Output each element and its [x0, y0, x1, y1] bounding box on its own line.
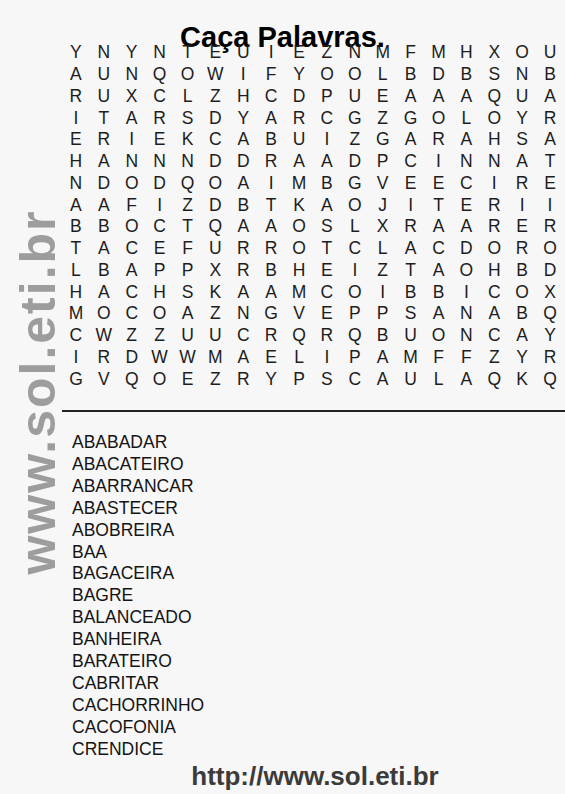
grid-cell[interactable]: Y: [508, 107, 536, 129]
grid-cell[interactable]: I: [229, 64, 257, 86]
grid-cell[interactable]: R: [257, 151, 285, 173]
grid-cell[interactable]: W: [174, 347, 202, 369]
grid-cell[interactable]: W: [90, 325, 118, 347]
puzzle-page: Caça Palavras. YNYNTEUIEZNMFMHXOUAUNQOWI…: [0, 0, 565, 794]
grid-cell[interactable]: M: [201, 347, 229, 369]
grid-cell[interactable]: E: [452, 194, 480, 216]
grid-cell[interactable]: Z: [146, 325, 174, 347]
grid-cell[interactable]: N: [62, 173, 90, 195]
grid-cell[interactable]: K: [174, 129, 202, 151]
grid-cell[interactable]: I: [480, 173, 508, 195]
grid-cell[interactable]: G: [397, 107, 425, 129]
grid-cell[interactable]: R: [480, 216, 508, 238]
word-list: ABABADARABACATEIROABARRANCARABASTECERABO…: [72, 432, 204, 761]
grid-cell[interactable]: A: [118, 107, 146, 129]
grid-cell[interactable]: D: [452, 238, 480, 260]
grid-cell[interactable]: H: [480, 260, 508, 282]
grid-cell[interactable]: Q: [285, 325, 313, 347]
watermark-vertical-text: www.sol.eti.br: [9, 209, 67, 574]
grid-cell[interactable]: O: [285, 216, 313, 238]
grid-cell[interactable]: I: [397, 194, 425, 216]
letter-grid: YNYNTEUIEZNMFMHXOUAUNQOWIFYOOLBDBSNBRUXC…: [62, 42, 564, 390]
grid-cell[interactable]: I: [146, 194, 174, 216]
grid-cell[interactable]: X: [201, 260, 229, 282]
grid-cell[interactable]: B: [229, 194, 257, 216]
grid-cell[interactable]: X: [118, 86, 146, 108]
grid-cell[interactable]: S: [313, 368, 341, 390]
grid-cell[interactable]: P: [146, 260, 174, 282]
word-list-item: BANHEIRA: [72, 629, 204, 651]
grid-cell[interactable]: Z: [480, 347, 508, 369]
word-list-item: ABABADAR: [72, 432, 204, 454]
grid-cell[interactable]: A: [425, 260, 453, 282]
grid-cell[interactable]: P: [341, 347, 369, 369]
grid-cell[interactable]: E: [536, 173, 564, 195]
grid-cell[interactable]: M: [425, 42, 453, 64]
grid-cell[interactable]: H: [229, 86, 257, 108]
grid-cell[interactable]: Y: [118, 42, 146, 64]
grid-cell[interactable]: E: [285, 42, 313, 64]
grid-cell[interactable]: A: [90, 151, 118, 173]
grid-cell[interactable]: Z: [341, 129, 369, 151]
grid-cell[interactable]: C: [146, 216, 174, 238]
grid-cell[interactable]: U: [90, 86, 118, 108]
grid-cell[interactable]: A: [452, 129, 480, 151]
grid-cell[interactable]: Q: [341, 325, 369, 347]
grid-cell[interactable]: X: [369, 216, 397, 238]
grid-cell[interactable]: R: [285, 107, 313, 129]
grid-cell[interactable]: V: [90, 368, 118, 390]
grid-cell[interactable]: Y: [62, 42, 90, 64]
grid-cell[interactable]: N: [229, 303, 257, 325]
grid-cell[interactable]: E: [201, 42, 229, 64]
grid-cell[interactable]: A: [90, 238, 118, 260]
grid-cell[interactable]: R: [536, 216, 564, 238]
grid-cell[interactable]: F: [452, 347, 480, 369]
grid-cell[interactable]: R: [229, 260, 257, 282]
grid-cell[interactable]: H: [480, 129, 508, 151]
grid-cell[interactable]: U: [536, 42, 564, 64]
grid-cell[interactable]: R: [257, 238, 285, 260]
grid-cell[interactable]: D: [90, 173, 118, 195]
grid-cell[interactable]: A: [257, 107, 285, 129]
grid-cell[interactable]: B: [536, 64, 564, 86]
grid-cell[interactable]: C: [425, 238, 453, 260]
grid-cell[interactable]: S: [313, 216, 341, 238]
grid-cell[interactable]: E: [257, 347, 285, 369]
grid-cell[interactable]: V: [369, 173, 397, 195]
grid-cell[interactable]: D: [201, 107, 229, 129]
grid-cell[interactable]: R: [229, 368, 257, 390]
grid-cell[interactable]: C: [201, 129, 229, 151]
grid-cell[interactable]: I: [369, 281, 397, 303]
grid-cell[interactable]: O: [285, 238, 313, 260]
grid-cell[interactable]: I: [508, 194, 536, 216]
grid-cell[interactable]: I: [313, 129, 341, 151]
grid-cell[interactable]: I: [536, 194, 564, 216]
grid-cell[interactable]: D: [341, 151, 369, 173]
grid-cell[interactable]: A: [257, 216, 285, 238]
grid-cell[interactable]: A: [536, 129, 564, 151]
grid-cell[interactable]: W: [201, 64, 229, 86]
grid-cell[interactable]: R: [480, 194, 508, 216]
grid-cell[interactable]: R: [257, 325, 285, 347]
grid-cell[interactable]: O: [90, 303, 118, 325]
grid-cell[interactable]: K: [285, 194, 313, 216]
grid-cell[interactable]: E: [425, 173, 453, 195]
grid-cell[interactable]: L: [285, 347, 313, 369]
grid-cell[interactable]: A: [62, 64, 90, 86]
word-list-item: CACHORRINHO: [72, 695, 204, 717]
grid-cell[interactable]: K: [201, 281, 229, 303]
grid-cell[interactable]: G: [369, 129, 397, 151]
grid-cell[interactable]: O: [118, 216, 146, 238]
grid-cell[interactable]: O: [341, 194, 369, 216]
grid-cell[interactable]: J: [369, 194, 397, 216]
grid-cell[interactable]: U: [201, 238, 229, 260]
grid-cell[interactable]: W: [146, 347, 174, 369]
grid-cell[interactable]: A: [229, 281, 257, 303]
grid-cell[interactable]: A: [425, 86, 453, 108]
word-list-item: ABARRANCAR: [72, 476, 204, 498]
grid-cell[interactable]: R: [62, 86, 90, 108]
grid-cell[interactable]: G: [257, 303, 285, 325]
grid-cell[interactable]: C: [313, 107, 341, 129]
grid-cell[interactable]: B: [369, 325, 397, 347]
grid-cell[interactable]: Y: [285, 64, 313, 86]
grid-cell[interactable]: C: [341, 238, 369, 260]
grid-cell[interactable]: C: [118, 238, 146, 260]
grid-cell[interactable]: O: [508, 42, 536, 64]
grid-cell[interactable]: E: [146, 129, 174, 151]
grid-cell[interactable]: B: [397, 64, 425, 86]
grid-cell[interactable]: A: [452, 216, 480, 238]
grid-cell[interactable]: T: [90, 107, 118, 129]
word-list-item: BALANCEADO: [72, 607, 204, 629]
grid-cell[interactable]: R: [90, 129, 118, 151]
grid-cell[interactable]: V: [285, 303, 313, 325]
grid-cell[interactable]: L: [341, 216, 369, 238]
grid-cell[interactable]: C: [118, 303, 146, 325]
grid-cell[interactable]: N: [174, 151, 202, 173]
word-list-item: ABASTECER: [72, 498, 204, 520]
grid-cell[interactable]: C: [480, 281, 508, 303]
grid-cell[interactable]: C: [397, 151, 425, 173]
grid-cell[interactable]: I: [257, 42, 285, 64]
grid-cell[interactable]: M: [369, 42, 397, 64]
word-list-item: BAGACEIRA: [72, 563, 204, 585]
grid-cell[interactable]: P: [313, 86, 341, 108]
grid-cell[interactable]: I: [425, 151, 453, 173]
grid-cell[interactable]: H: [146, 281, 174, 303]
grid-cell[interactable]: T: [313, 238, 341, 260]
grid-cell[interactable]: B: [397, 281, 425, 303]
word-list-item: BAA: [72, 542, 204, 564]
grid-cell[interactable]: S: [508, 129, 536, 151]
grid-cell[interactable]: A: [508, 151, 536, 173]
grid-cell[interactable]: A: [174, 303, 202, 325]
grid-cell[interactable]: S: [174, 281, 202, 303]
grid-cell[interactable]: O: [480, 107, 508, 129]
word-list-item: CACOFONIA: [72, 717, 204, 739]
grid-cell[interactable]: X: [536, 281, 564, 303]
grid-cell[interactable]: R: [425, 129, 453, 151]
grid-cell[interactable]: D: [229, 151, 257, 173]
grid-cell[interactable]: B: [90, 260, 118, 282]
grid-cell[interactable]: A: [118, 260, 146, 282]
grid-cell[interactable]: N: [480, 151, 508, 173]
grid-cell[interactable]: L: [369, 64, 397, 86]
grid-cell[interactable]: T: [397, 260, 425, 282]
grid-cell[interactable]: P: [174, 260, 202, 282]
grid-cell[interactable]: E: [369, 86, 397, 108]
grid-cell[interactable]: S: [174, 107, 202, 129]
grid-cell[interactable]: A: [229, 173, 257, 195]
grid-cell[interactable]: C: [452, 173, 480, 195]
grid-cell[interactable]: A: [369, 347, 397, 369]
grid-cell[interactable]: D: [425, 64, 453, 86]
word-list-item: BARATEIRO: [72, 651, 204, 673]
grid-cell[interactable]: A: [452, 368, 480, 390]
grid-cell[interactable]: S: [480, 64, 508, 86]
grid-cell[interactable]: R: [536, 107, 564, 129]
grid-cell[interactable]: K: [508, 368, 536, 390]
grid-cell[interactable]: Q: [480, 86, 508, 108]
grid-cell[interactable]: G: [341, 173, 369, 195]
grid-cell[interactable]: A: [313, 194, 341, 216]
grid-cell[interactable]: F: [174, 238, 202, 260]
grid-cell[interactable]: R: [508, 173, 536, 195]
grid-cell[interactable]: A: [90, 194, 118, 216]
grid-cell[interactable]: B: [90, 216, 118, 238]
footer-url: http://www.sol.eti.br: [65, 762, 565, 790]
grid-cell[interactable]: Z: [118, 325, 146, 347]
grid-cell[interactable]: A: [480, 303, 508, 325]
grid-cell[interactable]: N: [341, 42, 369, 64]
grid-cell[interactable]: F: [425, 347, 453, 369]
grid-cell[interactable]: I: [452, 281, 480, 303]
grid-cell[interactable]: O: [452, 260, 480, 282]
grid-cell[interactable]: R: [90, 347, 118, 369]
grid-cell[interactable]: O: [313, 64, 341, 86]
grid-cell[interactable]: Q: [536, 368, 564, 390]
grid-cell[interactable]: T: [174, 216, 202, 238]
grid-cell[interactable]: C: [341, 368, 369, 390]
grid-cell[interactable]: A: [229, 216, 257, 238]
grid-cell[interactable]: T: [174, 42, 202, 64]
word-list-item: ABACATEIRO: [72, 454, 204, 476]
grid-cell[interactable]: H: [285, 260, 313, 282]
grid-cell[interactable]: A: [397, 238, 425, 260]
grid-cell[interactable]: N: [90, 42, 118, 64]
grid-cell[interactable]: N: [452, 151, 480, 173]
grid-cell[interactable]: O: [425, 325, 453, 347]
grid-cell[interactable]: U: [285, 129, 313, 151]
grid-cell[interactable]: O: [341, 281, 369, 303]
grid-cell[interactable]: A: [425, 216, 453, 238]
word-list-item: ABOBREIRA: [72, 520, 204, 542]
grid-cell[interactable]: O: [341, 64, 369, 86]
grid-cell[interactable]: L: [425, 368, 453, 390]
grid-cell[interactable]: U: [229, 42, 257, 64]
grid-cell[interactable]: T: [536, 151, 564, 173]
grid-cell[interactable]: E: [313, 303, 341, 325]
grid-cell[interactable]: P: [341, 303, 369, 325]
grid-cell[interactable]: C: [146, 86, 174, 108]
grid-cell[interactable]: R: [146, 107, 174, 129]
grid-cell[interactable]: C: [118, 281, 146, 303]
grid-cell[interactable]: R: [397, 216, 425, 238]
grid-cell[interactable]: D: [146, 173, 174, 195]
grid-cell[interactable]: P: [369, 303, 397, 325]
grid-cell[interactable]: N: [146, 42, 174, 64]
grid-cell[interactable]: C: [229, 325, 257, 347]
grid-cell[interactable]: E: [313, 260, 341, 282]
grid-cell[interactable]: Z: [201, 86, 229, 108]
grid-cell[interactable]: Z: [313, 42, 341, 64]
grid-cell[interactable]: D: [285, 86, 313, 108]
grid-cell[interactable]: O: [480, 238, 508, 260]
grid-cell[interactable]: B: [508, 260, 536, 282]
word-list-item: BAGRE: [72, 585, 204, 607]
grid-cell[interactable]: A: [397, 129, 425, 151]
grid-cell[interactable]: O: [425, 107, 453, 129]
grid-cell[interactable]: P: [369, 151, 397, 173]
grid-cell[interactable]: D: [536, 260, 564, 282]
grid-cell[interactable]: T: [425, 194, 453, 216]
grid-cell[interactable]: Z: [201, 303, 229, 325]
grid-cell[interactable]: A: [313, 151, 341, 173]
grid-cell[interactable]: P: [285, 368, 313, 390]
grid-cell[interactable]: G: [341, 107, 369, 129]
grid-cell[interactable]: A: [452, 86, 480, 108]
grid-cell[interactable]: R: [536, 347, 564, 369]
grid-cell[interactable]: A: [397, 86, 425, 108]
grid-cell[interactable]: E: [397, 173, 425, 195]
grid-cell[interactable]: A: [369, 368, 397, 390]
grid-cell[interactable]: I: [62, 107, 90, 129]
grid-cell[interactable]: R: [508, 238, 536, 260]
grid-cell[interactable]: Z: [201, 368, 229, 390]
grid-cell[interactable]: H: [452, 42, 480, 64]
grid-cell[interactable]: M: [397, 347, 425, 369]
grid-cell[interactable]: N: [452, 303, 480, 325]
grid-cell[interactable]: Z: [369, 107, 397, 129]
grid-cell[interactable]: E: [62, 129, 90, 151]
grid-cell[interactable]: D: [201, 151, 229, 173]
grid-cell[interactable]: F: [397, 42, 425, 64]
grid-cell[interactable]: F: [118, 194, 146, 216]
grid-cell[interactable]: A: [257, 281, 285, 303]
grid-cell[interactable]: F: [257, 64, 285, 86]
grid-cell[interactable]: Q: [536, 303, 564, 325]
grid-cell[interactable]: I: [118, 129, 146, 151]
grid-cell[interactable]: Z: [369, 260, 397, 282]
grid-cell[interactable]: A: [508, 325, 536, 347]
grid-cell[interactable]: Q: [174, 173, 202, 195]
grid-cell[interactable]: A: [229, 129, 257, 151]
grid-cell[interactable]: H: [62, 151, 90, 173]
grid-cell[interactable]: I: [341, 260, 369, 282]
grid-cell[interactable]: A: [425, 303, 453, 325]
grid-cell[interactable]: A: [90, 281, 118, 303]
grid-cell[interactable]: Y: [257, 368, 285, 390]
grid-cell[interactable]: Y: [229, 107, 257, 129]
grid-cell[interactable]: U: [397, 325, 425, 347]
grid-cell[interactable]: N: [146, 151, 174, 173]
grid-cell[interactable]: U: [174, 325, 202, 347]
word-list-item: CABRITAR: [72, 673, 204, 695]
grid-cell[interactable]: O: [508, 281, 536, 303]
grid-cell[interactable]: U: [201, 325, 229, 347]
grid-cell[interactable]: B: [313, 173, 341, 195]
grid-cell[interactable]: U: [90, 64, 118, 86]
grid-cell[interactable]: E: [508, 216, 536, 238]
grid-cell[interactable]: E: [174, 368, 202, 390]
grid-cell[interactable]: I: [313, 347, 341, 369]
divider-line: [62, 410, 565, 412]
grid-cell[interactable]: B: [425, 281, 453, 303]
grid-cell[interactable]: O: [174, 64, 202, 86]
grid-cell[interactable]: M: [285, 281, 313, 303]
grid-cell[interactable]: Q: [201, 216, 229, 238]
grid-cell[interactable]: N: [508, 64, 536, 86]
grid-cell[interactable]: B: [452, 64, 480, 86]
grid-cell[interactable]: Q: [146, 64, 174, 86]
grid-cell[interactable]: Y: [536, 325, 564, 347]
grid-cell[interactable]: C: [313, 281, 341, 303]
grid-cell[interactable]: O: [201, 173, 229, 195]
grid-cell[interactable]: L: [369, 238, 397, 260]
grid-cell[interactable]: U: [397, 368, 425, 390]
grid-cell[interactable]: U: [341, 86, 369, 108]
grid-cell[interactable]: D: [201, 194, 229, 216]
grid-cell[interactable]: B: [257, 260, 285, 282]
grid-cell[interactable]: O: [146, 303, 174, 325]
grid-cell[interactable]: N: [452, 325, 480, 347]
grid-cell[interactable]: N: [118, 151, 146, 173]
grid-cell[interactable]: T: [257, 194, 285, 216]
grid-cell[interactable]: I: [257, 173, 285, 195]
grid-cell[interactable]: Q: [118, 368, 146, 390]
grid-cell[interactable]: C: [257, 86, 285, 108]
grid-cell[interactable]: L: [174, 86, 202, 108]
grid-cell[interactable]: B: [257, 129, 285, 151]
grid-cell[interactable]: C: [480, 325, 508, 347]
grid-cell[interactable]: B: [508, 303, 536, 325]
grid-cell[interactable]: R: [313, 325, 341, 347]
grid-cell[interactable]: E: [146, 238, 174, 260]
grid-cell[interactable]: O: [118, 173, 146, 195]
grid-cell[interactable]: N: [118, 64, 146, 86]
grid-cell[interactable]: M: [285, 173, 313, 195]
grid-cell[interactable]: U: [508, 86, 536, 108]
grid-cell[interactable]: D: [118, 347, 146, 369]
grid-cell[interactable]: Z: [174, 194, 202, 216]
grid-cell[interactable]: O: [146, 368, 174, 390]
word-list-item: CRENDICE: [72, 739, 204, 761]
grid-cell[interactable]: Y: [508, 347, 536, 369]
grid-cell[interactable]: S: [397, 303, 425, 325]
grid-cell[interactable]: A: [229, 347, 257, 369]
grid-cell[interactable]: Q: [480, 368, 508, 390]
grid-cell[interactable]: R: [229, 238, 257, 260]
grid-cell[interactable]: O: [536, 238, 564, 260]
grid-cell[interactable]: X: [480, 42, 508, 64]
grid-cell[interactable]: A: [536, 86, 564, 108]
grid-cell[interactable]: A: [285, 151, 313, 173]
grid-cell[interactable]: L: [452, 107, 480, 129]
